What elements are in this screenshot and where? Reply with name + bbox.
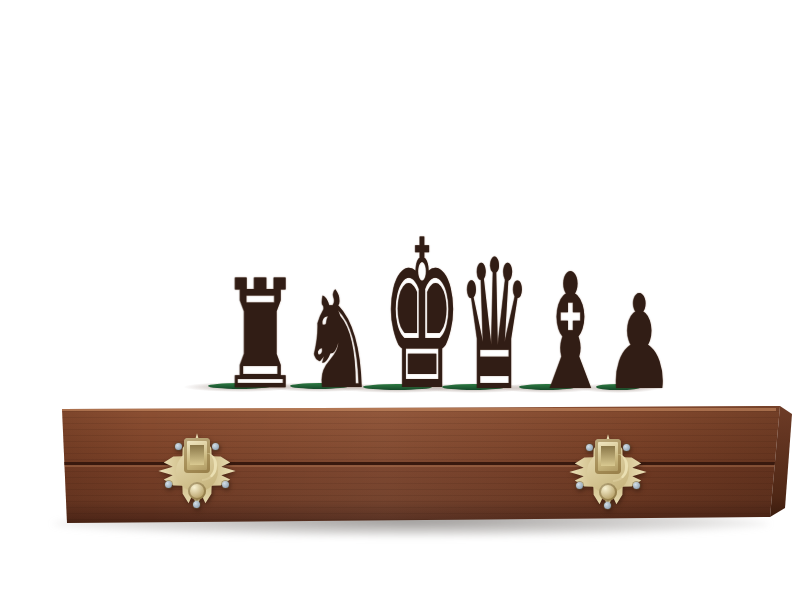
screw-icon — [576, 482, 583, 489]
screw-icon — [623, 444, 630, 451]
chess-box-photo: ABCDEFGH12341234 ♜♞♚♛♝♟ — [0, 0, 800, 600]
piece-black-rook: ♜ — [220, 285, 260, 385]
latch-knob — [599, 483, 617, 501]
screw-icon — [222, 481, 229, 488]
left-brass-latch — [157, 429, 237, 513]
screw-icon — [586, 444, 593, 451]
piece-black-knight: ♞ — [301, 295, 339, 387]
pieces-layer: ♜♞♚♛♝♟ — [0, 0, 800, 600]
screw-icon — [165, 481, 172, 488]
felt-black-queen — [442, 384, 505, 390]
piece-black-pawn: ♟ — [604, 305, 633, 382]
piece-black-bishop: ♝ — [531, 276, 563, 390]
screw-icon — [633, 482, 640, 489]
screw-icon — [193, 501, 200, 508]
screw-icon — [175, 443, 182, 450]
piece-black-king: ♚ — [382, 243, 413, 389]
felt-black-bishop — [519, 384, 574, 390]
screw-icon — [604, 502, 611, 509]
right-brass-latch — [568, 430, 648, 514]
piece-black-queen: ♛ — [459, 262, 489, 389]
latch-knob — [188, 482, 206, 500]
screw-icon — [212, 443, 219, 450]
